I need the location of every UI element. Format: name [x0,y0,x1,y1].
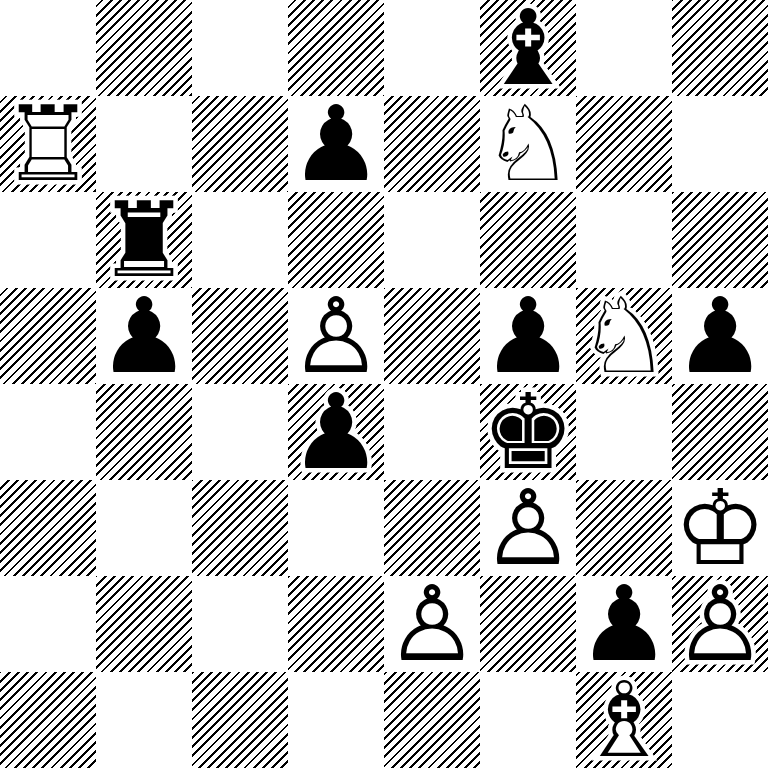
square-f4[interactable]: ♚♚ [480,384,576,480]
square-d2[interactable] [288,576,384,672]
square-e2[interactable]: ♟♙ [384,576,480,672]
square-h5[interactable]: ♟♟ [672,288,768,384]
black-pawn[interactable]: ♟♟ [672,288,768,384]
square-b6[interactable]: ♜♜ [96,192,192,288]
square-h3[interactable]: ♚♔ [672,480,768,576]
square-f1[interactable] [480,672,576,768]
square-g2[interactable]: ♟♟ [576,576,672,672]
square-a2[interactable] [0,576,96,672]
white-pawn[interactable]: ♟♙ [288,288,384,384]
white-knight[interactable]: ♞♘ [576,288,672,384]
square-e3[interactable] [384,480,480,576]
square-h7[interactable] [672,96,768,192]
square-b7[interactable] [96,96,192,192]
white-bishop[interactable]: ♝♗ [576,672,672,768]
square-h6[interactable] [672,192,768,288]
black-pawn[interactable]: ♟♟ [96,288,192,384]
square-a3[interactable] [0,480,96,576]
square-g7[interactable] [576,96,672,192]
square-a4[interactable] [0,384,96,480]
square-b4[interactable] [96,384,192,480]
piece-glyph-icon: ♟ [672,288,768,384]
piece-glyph-icon: ♔ [672,480,768,576]
square-g8[interactable] [576,0,672,96]
white-knight[interactable]: ♞♘ [480,96,576,192]
black-pawn[interactable]: ♟♟ [576,576,672,672]
black-bishop[interactable]: ♝♝ [480,0,576,96]
square-e5[interactable] [384,288,480,384]
black-pawn[interactable]: ♟♟ [480,288,576,384]
square-e6[interactable] [384,192,480,288]
square-g4[interactable] [576,384,672,480]
square-d8[interactable] [288,0,384,96]
square-c3[interactable] [192,480,288,576]
piece-glyph-icon: ♖ [0,96,96,192]
white-pawn[interactable]: ♟♙ [672,576,768,672]
piece-glyph-icon: ♟ [480,288,576,384]
piece-glyph-icon: ♗ [576,672,672,768]
piece-glyph-icon: ♙ [288,288,384,384]
white-king[interactable]: ♚♔ [672,480,768,576]
square-c2[interactable] [192,576,288,672]
chess-diagram: ♝♝♜♖♟♟♞♘♜♜♟♟♟♙♟♟♞♘♟♟♟♟♚♚♟♙♚♔♟♙♟♟♟♙♝♗ [0,0,768,768]
square-c7[interactable] [192,96,288,192]
square-c8[interactable] [192,0,288,96]
black-rook[interactable]: ♜♜ [96,192,192,288]
piece-glyph-icon: ♜ [96,192,192,288]
square-f7[interactable]: ♞♘ [480,96,576,192]
black-pawn[interactable]: ♟♟ [288,384,384,480]
square-g6[interactable] [576,192,672,288]
square-h1[interactable] [672,672,768,768]
piece-glyph-icon: ♟ [288,384,384,480]
white-pawn[interactable]: ♟♙ [480,480,576,576]
square-f3[interactable]: ♟♙ [480,480,576,576]
square-b8[interactable] [96,0,192,96]
piece-glyph-icon: ♙ [480,480,576,576]
square-f2[interactable] [480,576,576,672]
square-f8[interactable]: ♝♝ [480,0,576,96]
piece-glyph-icon: ♝ [480,0,576,96]
square-d5[interactable]: ♟♙ [288,288,384,384]
piece-glyph-icon: ♘ [576,288,672,384]
square-c1[interactable] [192,672,288,768]
square-g5[interactable]: ♞♘ [576,288,672,384]
square-d4[interactable]: ♟♟ [288,384,384,480]
piece-glyph-icon: ♘ [480,96,576,192]
square-c4[interactable] [192,384,288,480]
square-a7[interactable]: ♜♖ [0,96,96,192]
square-e4[interactable] [384,384,480,480]
square-d7[interactable]: ♟♟ [288,96,384,192]
square-d3[interactable] [288,480,384,576]
square-f6[interactable] [480,192,576,288]
square-h4[interactable] [672,384,768,480]
white-rook[interactable]: ♜♖ [0,96,96,192]
piece-glyph-icon: ♟ [576,576,672,672]
square-a1[interactable] [0,672,96,768]
square-b1[interactable] [96,672,192,768]
square-d1[interactable] [288,672,384,768]
square-b5[interactable]: ♟♟ [96,288,192,384]
square-a8[interactable] [0,0,96,96]
chess-board: ♝♝♜♖♟♟♞♘♜♜♟♟♟♙♟♟♞♘♟♟♟♟♚♚♟♙♚♔♟♙♟♟♟♙♝♗ [0,0,768,768]
square-e1[interactable] [384,672,480,768]
square-e7[interactable] [384,96,480,192]
square-f5[interactable]: ♟♟ [480,288,576,384]
square-c5[interactable] [192,288,288,384]
black-king[interactable]: ♚♚ [480,384,576,480]
square-a5[interactable] [0,288,96,384]
square-h2[interactable]: ♟♙ [672,576,768,672]
square-g1[interactable]: ♝♗ [576,672,672,768]
piece-glyph-icon: ♟ [96,288,192,384]
square-h8[interactable] [672,0,768,96]
square-d6[interactable] [288,192,384,288]
piece-glyph-icon: ♚ [480,384,576,480]
piece-glyph-icon: ♙ [672,576,768,672]
square-b2[interactable] [96,576,192,672]
square-g3[interactable] [576,480,672,576]
square-e8[interactable] [384,0,480,96]
piece-glyph-icon: ♙ [384,576,480,672]
black-pawn[interactable]: ♟♟ [288,96,384,192]
piece-glyph-icon: ♟ [288,96,384,192]
square-c6[interactable] [192,192,288,288]
square-b3[interactable] [96,480,192,576]
square-a6[interactable] [0,192,96,288]
white-pawn[interactable]: ♟♙ [384,576,480,672]
